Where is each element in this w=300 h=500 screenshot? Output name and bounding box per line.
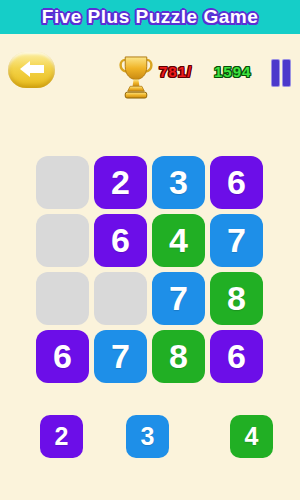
grid-cell[interactable]: 8 [152,330,205,383]
grid-cell[interactable]: 7 [210,214,263,267]
tile-tray: 3 [126,415,169,458]
grid-cell[interactable]: 6 [94,214,147,267]
pause-icon [283,60,290,86]
tile-tray: 2 [40,415,83,458]
page-title: Five Plus Puzzle Game [42,6,258,28]
pause-button[interactable] [272,60,294,87]
game-board: 2 3 6 6 4 7 7 8 6 7 8 6 [36,156,263,383]
tray-tile[interactable]: 3 [126,415,169,458]
grid-cell[interactable]: 7 [152,272,205,325]
grid-cell[interactable]: 7 [94,330,147,383]
grid-cell[interactable]: 8 [210,272,263,325]
game-screen: Five Plus Puzzle Game 781/ 1 [0,0,300,500]
trophy-icon [118,55,154,100]
grid-cell[interactable]: 4 [152,214,205,267]
back-arrow-icon [19,60,45,81]
grid-cell[interactable]: 6 [210,330,263,383]
grid-cell[interactable]: 6 [210,156,263,209]
grid-cell[interactable]: 2 [94,156,147,209]
grid-cell[interactable] [94,272,147,325]
grid-cell[interactable] [36,214,89,267]
grid-cell[interactable] [36,272,89,325]
score-target: 1594 [214,63,251,80]
pause-icon [272,60,279,86]
grid-cell[interactable]: 3 [152,156,205,209]
tile-tray: 4 [230,415,273,458]
tray-tile[interactable]: 2 [40,415,83,458]
header-banner: Five Plus Puzzle Game [0,0,300,34]
score-current: 781/ [159,63,192,80]
grid-cell[interactable] [36,156,89,209]
grid-cell[interactable]: 6 [36,330,89,383]
tray-tile[interactable]: 4 [230,415,273,458]
back-button[interactable] [8,52,55,88]
